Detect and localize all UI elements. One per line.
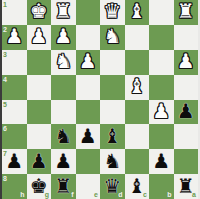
square-f5[interactable] [51, 100, 76, 125]
square-f6[interactable]: ♞ [51, 124, 76, 149]
square-a7[interactable] [174, 149, 199, 174]
white-knight-piece[interactable]: ♞ [51, 50, 76, 73]
black-knight-piece[interactable]: ♞ [100, 149, 125, 172]
square-h3[interactable]: 3 [2, 50, 27, 75]
board-left-border [0, 0, 2, 199]
square-f2[interactable]: ♟ [51, 25, 76, 50]
square-d2[interactable]: ♞ [100, 25, 125, 50]
black-pawn-piece[interactable]: ♟ [27, 149, 52, 172]
square-e3[interactable]: ♟ [76, 50, 101, 75]
black-pawn-piece[interactable]: ♟ [76, 124, 101, 147]
square-a2[interactable] [174, 25, 199, 50]
square-b7[interactable]: ♟ [149, 149, 174, 174]
square-b8[interactable]: b [149, 174, 174, 199]
square-a4[interactable] [174, 75, 199, 100]
square-e2[interactable] [76, 25, 101, 50]
white-rook-piece[interactable]: ♜ [174, 0, 199, 23]
square-g5[interactable] [27, 100, 52, 125]
square-c1[interactable]: ♝ [125, 0, 150, 25]
square-f7[interactable]: ♟ [51, 149, 76, 174]
square-e1[interactable] [76, 0, 101, 25]
square-c8[interactable]: ♝c [125, 174, 150, 199]
square-h6[interactable]: 6 [2, 124, 27, 149]
rank-label-5: 5 [3, 101, 7, 108]
chess-board: 1♚♜♛♝♜♟2♟♟♞3♞♟♟4♝5♟♟6♞♟♝♟7♟♟♞♟8h♚g♜fe♛d♝… [0, 0, 200, 199]
white-rook-piece[interactable]: ♜ [51, 0, 76, 23]
white-knight-piece[interactable]: ♞ [100, 25, 125, 48]
white-pawn-piece[interactable]: ♟ [51, 25, 76, 48]
square-d8[interactable]: ♛d [100, 174, 125, 199]
square-d3[interactable] [100, 50, 125, 75]
black-rook-piece[interactable]: ♜ [174, 174, 199, 197]
square-g7[interactable]: ♟ [27, 149, 52, 174]
file-label-h: h [20, 191, 24, 198]
square-f3[interactable]: ♞ [51, 50, 76, 75]
square-b2[interactable] [149, 25, 174, 50]
square-b6[interactable] [149, 124, 174, 149]
white-pawn-piece[interactable]: ♟ [76, 50, 101, 73]
square-c7[interactable] [125, 149, 150, 174]
rank-label-4: 4 [3, 76, 7, 83]
square-e6[interactable]: ♟ [76, 124, 101, 149]
square-f1[interactable]: ♜ [51, 0, 76, 25]
white-pawn-piece[interactable]: ♟ [2, 25, 27, 48]
black-pawn-piece[interactable]: ♟ [51, 149, 76, 172]
rank-label-1: 1 [3, 1, 7, 8]
black-bishop-piece[interactable]: ♝ [100, 124, 125, 147]
square-g6[interactable] [27, 124, 52, 149]
square-h1[interactable]: 1 [2, 0, 27, 25]
file-label-e: e [94, 191, 98, 198]
square-h7[interactable]: ♟7 [2, 149, 27, 174]
white-pawn-piece[interactable]: ♟ [27, 25, 52, 48]
square-c6[interactable] [125, 124, 150, 149]
file-label-b: b [167, 191, 171, 198]
square-e4[interactable] [76, 75, 101, 100]
square-a8[interactable]: ♜a [174, 174, 199, 199]
square-h2[interactable]: ♟2 [2, 25, 27, 50]
square-a1[interactable]: ♜ [174, 0, 199, 25]
black-knight-piece[interactable]: ♞ [51, 124, 76, 147]
black-bishop-piece[interactable]: ♝ [125, 174, 150, 197]
square-d1[interactable]: ♛ [100, 0, 125, 25]
black-pawn-piece[interactable]: ♟ [149, 149, 174, 172]
square-b1[interactable] [149, 0, 174, 25]
square-f4[interactable] [51, 75, 76, 100]
square-e7[interactable] [76, 149, 101, 174]
square-e8[interactable]: e [76, 174, 101, 199]
board-right-edge [198, 0, 200, 199]
square-e5[interactable] [76, 100, 101, 125]
square-h8[interactable]: 8h [2, 174, 27, 199]
square-f8[interactable]: ♜f [51, 174, 76, 199]
square-d4[interactable] [100, 75, 125, 100]
white-bishop-piece[interactable]: ♝ [125, 75, 150, 98]
square-g2[interactable]: ♟ [27, 25, 52, 50]
square-b3[interactable] [149, 50, 174, 75]
black-queen-piece[interactable]: ♛ [100, 174, 125, 197]
square-b4[interactable] [149, 75, 174, 100]
white-bishop-piece[interactable]: ♝ [125, 0, 150, 23]
square-g1[interactable]: ♚ [27, 0, 52, 25]
square-d5[interactable] [100, 100, 125, 125]
rank-label-3: 3 [3, 51, 7, 58]
square-g3[interactable] [27, 50, 52, 75]
black-pawn-piece[interactable]: ♟ [2, 149, 27, 172]
square-g4[interactable] [27, 75, 52, 100]
square-h5[interactable]: 5 [2, 100, 27, 125]
black-rook-piece[interactable]: ♜ [51, 174, 76, 197]
square-a6[interactable] [174, 124, 199, 149]
square-c5[interactable] [125, 100, 150, 125]
square-b5[interactable]: ♟ [149, 100, 174, 125]
square-c3[interactable] [125, 50, 150, 75]
square-h4[interactable]: 4 [2, 75, 27, 100]
square-a3[interactable]: ♟ [174, 50, 199, 75]
black-pawn-piece[interactable]: ♟ [174, 100, 199, 123]
rank-label-8: 8 [3, 175, 7, 182]
square-g8[interactable]: ♚g [27, 174, 52, 199]
square-d6[interactable]: ♝ [100, 124, 125, 149]
white-pawn-piece[interactable]: ♟ [174, 50, 199, 73]
board-grid: 1♚♜♛♝♜♟2♟♟♞3♞♟♟4♝5♟♟6♞♟♝♟7♟♟♞♟8h♚g♜fe♛d♝… [2, 0, 198, 199]
square-c4[interactable]: ♝ [125, 75, 150, 100]
square-c2[interactable] [125, 25, 150, 50]
black-king-piece[interactable]: ♚ [27, 174, 52, 197]
square-a5[interactable]: ♟ [174, 100, 199, 125]
rank-label-6: 6 [3, 125, 7, 132]
white-king-piece[interactable]: ♚ [27, 0, 52, 23]
white-queen-piece[interactable]: ♛ [100, 0, 125, 23]
white-pawn-piece[interactable]: ♟ [149, 100, 174, 123]
square-d7[interactable]: ♞ [100, 149, 125, 174]
